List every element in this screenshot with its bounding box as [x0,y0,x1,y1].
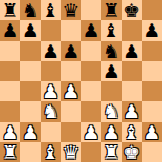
square-f4[interactable] [101,81,121,101]
square-b7[interactable]: ♟ [20,20,40,40]
square-e8[interactable] [81,0,101,20]
square-c1[interactable]: ♝ [41,142,61,162]
white-pawn-icon: ♟ [62,81,79,101]
chess-board: ♜♞♝♛♜♚♟♟♟♝♟♟♟♞♟♟♟♟♞♞♟♟♟♟♟♝♟♜♝♛♜♚ [0,0,162,162]
square-d4[interactable]: ♟ [61,81,81,101]
black-bishop-icon: ♝ [42,0,59,20]
square-h1[interactable] [142,142,162,162]
white-bishop-icon: ♝ [123,122,140,142]
black-king-icon: ♚ [123,0,140,20]
square-a4[interactable] [0,81,20,101]
square-a8[interactable]: ♜ [0,0,20,20]
square-f2[interactable]: ♟ [101,122,121,142]
square-h3[interactable] [142,101,162,121]
white-bishop-icon: ♝ [42,142,59,162]
square-b4[interactable] [20,81,40,101]
square-g1[interactable]: ♚ [122,142,142,162]
white-pawn-icon: ♟ [83,122,100,142]
square-f8[interactable]: ♜ [101,0,121,20]
square-h8[interactable] [142,0,162,20]
white-pawn-icon: ♟ [42,81,59,101]
square-d3[interactable] [61,101,81,121]
square-d1[interactable]: ♛ [61,142,81,162]
white-pawn-icon: ♟ [22,122,39,142]
square-e1[interactable] [81,142,101,162]
square-c5[interactable] [41,61,61,81]
square-e4[interactable] [81,81,101,101]
square-g5[interactable] [122,61,142,81]
black-bishop-icon: ♝ [103,20,120,40]
square-c6[interactable]: ♟ [41,41,61,61]
black-pawn-icon: ♟ [103,61,120,81]
white-knight-icon: ♞ [42,101,59,121]
square-d8[interactable]: ♛ [61,0,81,20]
white-pawn-icon: ♟ [143,122,160,142]
square-a6[interactable] [0,41,20,61]
square-f5[interactable]: ♟ [101,61,121,81]
square-a5[interactable] [0,61,20,81]
square-c8[interactable]: ♝ [41,0,61,20]
black-rook-icon: ♜ [2,0,19,20]
square-b2[interactable]: ♟ [20,122,40,142]
square-b5[interactable] [20,61,40,81]
white-pawn-icon: ♟ [123,101,140,121]
black-knight-icon: ♞ [22,0,39,20]
square-c4[interactable]: ♟ [41,81,61,101]
square-g2[interactable]: ♝ [122,122,142,142]
square-f3[interactable]: ♞ [101,101,121,121]
white-rook-icon: ♜ [2,142,19,162]
square-g8[interactable]: ♚ [122,0,142,20]
square-g6[interactable]: ♟ [122,41,142,61]
square-h2[interactable]: ♟ [142,122,162,142]
square-a7[interactable]: ♟ [0,20,20,40]
black-pawn-icon: ♟ [83,20,100,40]
square-b8[interactable]: ♞ [20,0,40,20]
square-c3[interactable]: ♞ [41,101,61,121]
square-g4[interactable] [122,81,142,101]
square-g3[interactable]: ♟ [122,101,142,121]
square-e2[interactable]: ♟ [81,122,101,142]
square-a3[interactable] [0,101,20,121]
square-b6[interactable] [20,41,40,61]
square-d6[interactable]: ♟ [61,41,81,61]
black-queen-icon: ♛ [62,0,79,20]
square-f6[interactable]: ♞ [101,41,121,61]
square-f7[interactable]: ♝ [101,20,121,40]
white-pawn-icon: ♟ [103,122,120,142]
black-pawn-icon: ♟ [143,20,160,40]
black-pawn-icon: ♟ [2,20,19,40]
black-knight-icon: ♞ [103,41,120,61]
square-c2[interactable] [41,122,61,142]
square-d5[interactable] [61,61,81,81]
square-e6[interactable] [81,41,101,61]
square-g7[interactable] [122,20,142,40]
square-h6[interactable] [142,41,162,61]
square-h5[interactable] [142,61,162,81]
white-king-icon: ♚ [123,142,140,162]
square-e5[interactable] [81,61,101,81]
square-e3[interactable] [81,101,101,121]
square-b1[interactable] [20,142,40,162]
square-h4[interactable] [142,81,162,101]
black-pawn-icon: ♟ [22,20,39,40]
square-f1[interactable]: ♜ [101,142,121,162]
black-pawn-icon: ♟ [62,41,79,61]
white-knight-icon: ♞ [103,101,120,121]
black-rook-icon: ♜ [103,0,120,20]
square-a2[interactable]: ♟ [0,122,20,142]
square-a1[interactable]: ♜ [0,142,20,162]
square-d2[interactable] [61,122,81,142]
square-h7[interactable]: ♟ [142,20,162,40]
square-d7[interactable] [61,20,81,40]
black-pawn-icon: ♟ [123,41,140,61]
square-c7[interactable] [41,20,61,40]
square-b3[interactable] [20,101,40,121]
white-rook-icon: ♜ [103,142,120,162]
white-queen-icon: ♛ [62,142,79,162]
square-e7[interactable]: ♟ [81,20,101,40]
white-pawn-icon: ♟ [2,122,19,142]
black-pawn-icon: ♟ [42,41,59,61]
